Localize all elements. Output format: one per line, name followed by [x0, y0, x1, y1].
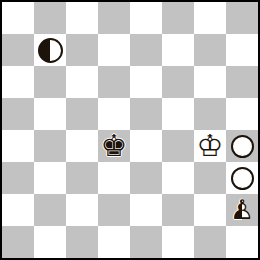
square-e2[interactable]: [130, 194, 162, 226]
square-g5[interactable]: [194, 98, 226, 130]
square-e1[interactable]: [130, 226, 162, 258]
square-f1[interactable]: [162, 226, 194, 258]
square-b8[interactable]: [34, 2, 66, 34]
white-king-glyph-layer: ♔: [194, 130, 226, 162]
square-h1[interactable]: [226, 226, 258, 258]
square-b3[interactable]: [34, 162, 66, 194]
square-a3[interactable]: [2, 162, 34, 194]
square-d2[interactable]: [98, 194, 130, 226]
square-g8[interactable]: [194, 2, 226, 34]
square-h5[interactable]: [226, 98, 258, 130]
square-d5[interactable]: [98, 98, 130, 130]
square-h2[interactable]: ♟♙♟: [226, 194, 258, 226]
square-b6[interactable]: [34, 66, 66, 98]
square-f2[interactable]: [162, 194, 194, 226]
square-f3[interactable]: [162, 162, 194, 194]
square-g2[interactable]: [194, 194, 226, 226]
square-g3[interactable]: [194, 162, 226, 194]
square-c1[interactable]: [66, 226, 98, 258]
square-e7[interactable]: [130, 34, 162, 66]
square-d3[interactable]: [98, 162, 130, 194]
square-c6[interactable]: [66, 66, 98, 98]
square-c8[interactable]: [66, 2, 98, 34]
half-neutral-pawn-piece[interactable]: ♟♙♟: [226, 194, 258, 226]
square-e5[interactable]: [130, 98, 162, 130]
square-c5[interactable]: [66, 98, 98, 130]
square-e4[interactable]: [130, 130, 162, 162]
square-d1[interactable]: [98, 226, 130, 258]
half-neutral-circle-piece[interactable]: [38, 38, 63, 63]
white-circle-piece[interactable]: [231, 135, 254, 158]
square-b4[interactable]: [34, 130, 66, 162]
square-b2[interactable]: [34, 194, 66, 226]
square-g1[interactable]: [194, 226, 226, 258]
square-d7[interactable]: [98, 34, 130, 66]
white-king-piece[interactable]: ♔: [194, 130, 226, 162]
black-king-glyph-layer: ♚: [98, 130, 130, 162]
square-b1[interactable]: [34, 226, 66, 258]
square-g4[interactable]: ♔: [194, 130, 226, 162]
square-a4[interactable]: [2, 130, 34, 162]
square-f7[interactable]: [162, 34, 194, 66]
square-c4[interactable]: [66, 130, 98, 162]
square-f4[interactable]: [162, 130, 194, 162]
square-e6[interactable]: [130, 66, 162, 98]
white-circle-piece[interactable]: [231, 167, 254, 190]
square-e3[interactable]: [130, 162, 162, 194]
square-d4[interactable]: ♚: [98, 130, 130, 162]
square-d8[interactable]: [98, 2, 130, 34]
square-h8[interactable]: [226, 2, 258, 34]
square-a7[interactable]: [2, 34, 34, 66]
square-a5[interactable]: [2, 98, 34, 130]
square-c7[interactable]: [66, 34, 98, 66]
square-f5[interactable]: [162, 98, 194, 130]
square-f8[interactable]: [162, 2, 194, 34]
black-king-piece[interactable]: ♚: [98, 130, 130, 162]
square-g7[interactable]: [194, 34, 226, 66]
square-a8[interactable]: [2, 2, 34, 34]
square-b5[interactable]: [34, 98, 66, 130]
square-h3[interactable]: [226, 162, 258, 194]
square-h7[interactable]: [226, 34, 258, 66]
square-c2[interactable]: [66, 194, 98, 226]
board: ♚♔♟♙♟: [0, 0, 260, 260]
square-b7[interactable]: [34, 34, 66, 66]
square-a1[interactable]: [2, 226, 34, 258]
square-h6[interactable]: [226, 66, 258, 98]
square-f6[interactable]: [162, 66, 194, 98]
square-a6[interactable]: [2, 66, 34, 98]
square-h4[interactable]: [226, 130, 258, 162]
square-c3[interactable]: [66, 162, 98, 194]
square-g6[interactable]: [194, 66, 226, 98]
square-a2[interactable]: [2, 194, 34, 226]
square-d6[interactable]: [98, 66, 130, 98]
square-e8[interactable]: [130, 2, 162, 34]
